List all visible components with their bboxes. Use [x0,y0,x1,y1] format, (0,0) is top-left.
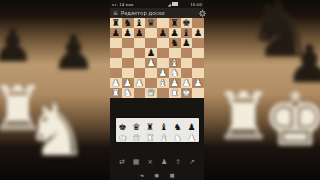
piece-white-queen: ♛ [147,88,156,98]
square-g6[interactable]: ♟ [181,38,193,48]
screenshot: ♟♟♜♞♞♟♜♚ чт, 14 мая ◢ 15:00 ≡ Редактор д… [0,0,320,180]
piece-palette: ♚♛♜♝♞♟ ♚♛♜♝♞♟ [116,118,199,142]
square-a1[interactable]: ♜ [110,88,122,98]
phone-screenshot: чт, 14 мая ◢ 15:00 ≡ Редактор доски ♜♞♝♛… [110,0,204,180]
square-f6[interactable]: ♞ [169,38,181,48]
page-title: Редактор доски [121,10,165,16]
square-c1[interactable] [134,88,146,98]
square-e2[interactable]: ♝ [157,78,169,88]
palette-white-rook[interactable]: ♜ [144,126,156,145]
pawn-tool-icon[interactable]: ♟ [161,157,167,168]
piece-white-knight: ♞ [123,88,132,98]
square-b1[interactable]: ♞ [122,88,134,98]
square-b6[interactable] [122,38,134,48]
square-d3[interactable] [145,68,157,78]
square-h7[interactable]: ♟ [192,28,204,38]
square-d8[interactable]: ♛ [145,18,157,28]
piece-white-pawn: ♟ [194,78,203,88]
piece-black-pawn: ♟ [194,28,203,38]
settings-gear-icon[interactable] [199,10,206,17]
square-e6[interactable] [157,38,169,48]
share-icon[interactable]: ↗ [189,157,195,168]
palette-white-queen[interactable]: ♛ [130,126,142,145]
square-b7[interactable]: ♟ [122,28,134,38]
palette-white-knight[interactable]: ♞ [172,126,184,145]
palette-white-pawn[interactable]: ♟ [186,126,198,145]
square-a4[interactable] [110,58,122,68]
square-a5[interactable] [110,48,122,58]
status-time: 15:00 [190,2,202,7]
backdrop-white-knight-icon: ♞ [24,94,89,166]
square-e5[interactable] [157,48,169,58]
backdrop-black-pawn-icon: ♟ [52,28,95,76]
square-h6[interactable] [192,38,204,48]
piece-black-pawn: ♟ [112,28,121,38]
android-nav-bar: ◄ ● ■ [110,170,204,180]
back-icon[interactable]: ◄ [140,170,144,180]
battery-icon [172,2,178,7]
piece-black-queen: ♛ [147,18,156,28]
square-h5[interactable] [192,48,204,58]
backdrop-black-pawn-icon: ♟ [0,22,33,68]
palette-piece-glyph: ♛ [132,133,140,143]
square-d7[interactable] [145,28,157,38]
square-c4[interactable] [134,58,146,68]
piece-black-pawn: ♟ [135,28,144,38]
palette-piece-glyph: ♚ [118,133,126,143]
piece-white-pawn: ♟ [147,58,156,68]
palette-white-row: ♚♛♜♝♞♟ [116,130,199,141]
square-g1[interactable]: ♚ [181,88,193,98]
piece-black-knight: ♞ [170,38,179,48]
square-d1[interactable]: ♛ [145,88,157,98]
piece-white-rook: ♜ [112,88,121,98]
square-e1[interactable] [157,88,169,98]
editor-toolbar: ⇄▦×♟⇧↗ [110,157,204,168]
palette-white-bishop[interactable]: ♝ [158,126,170,145]
status-bar: чт, 14 мая ◢ 15:00 [110,0,204,8]
square-g5[interactable] [181,48,193,58]
square-a7[interactable]: ♟ [110,28,122,38]
piece-white-pawn: ♟ [135,78,144,88]
chess-board: ♜♞♝♛♜♚♟♟♟♟♟♝♟♞♟♟♟♝♟♞♟♟♟♝♟♟♟♜♞♛♜♚ [110,18,204,98]
square-d4[interactable]: ♟ [145,58,157,68]
piece-black-pawn: ♟ [159,28,168,38]
signal-icon: ◢ [168,2,171,7]
square-h1[interactable] [192,88,204,98]
home-icon[interactable]: ● [154,170,158,180]
square-h2[interactable]: ♟ [192,78,204,88]
move-pieces-icon[interactable]: ⇄ [119,157,125,168]
piece-white-rook: ♜ [170,88,179,98]
square-a6[interactable] [110,38,122,48]
clear-board-icon[interactable]: × [147,157,153,168]
square-c2[interactable]: ♟ [134,78,146,88]
square-c6[interactable] [134,38,146,48]
square-b5[interactable] [122,48,134,58]
palette-piece-glyph: ♞ [174,133,182,143]
square-c5[interactable] [134,48,146,58]
square-g4[interactable] [181,58,193,68]
piece-black-pawn: ♟ [182,38,191,48]
square-h4[interactable] [192,58,204,68]
board-icon[interactable]: ▦ [133,157,140,168]
palette-piece-glyph: ♝ [160,133,168,143]
square-c7[interactable]: ♟ [134,28,146,38]
palette-white-king[interactable]: ♚ [116,126,128,145]
palette-piece-glyph: ♟ [188,133,196,143]
square-f1[interactable]: ♜ [169,88,181,98]
upload-icon[interactable]: ⇧ [175,157,181,168]
piece-white-bishop: ♝ [159,78,168,88]
piece-black-pawn: ♟ [123,28,132,38]
status-date: чт, 14 мая [112,2,133,7]
square-b4[interactable] [122,58,134,68]
recents-icon[interactable]: ■ [170,170,175,180]
square-e7[interactable]: ♟ [157,28,169,38]
backdrop-white-king-icon: ♚ [262,82,320,156]
palette-piece-glyph: ♜ [146,133,154,143]
piece-white-king: ♚ [182,88,191,98]
